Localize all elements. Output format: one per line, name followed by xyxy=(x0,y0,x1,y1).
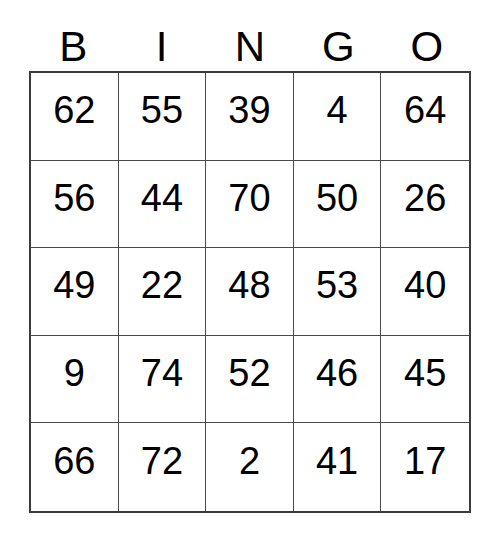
cell-r4c4[interactable]: 46 xyxy=(294,336,382,424)
cell-r3c2[interactable]: 22 xyxy=(119,248,207,336)
cell-r1c4[interactable]: 4 xyxy=(294,73,382,161)
bingo-header: B I N G O xyxy=(29,0,471,71)
cell-r1c3[interactable]: 39 xyxy=(206,73,294,161)
cell-r3c5[interactable]: 40 xyxy=(381,248,469,336)
cell-r1c1[interactable]: 62 xyxy=(31,73,119,161)
cell-r3c4[interactable]: 53 xyxy=(294,248,382,336)
cell-r2c5[interactable]: 26 xyxy=(381,161,469,249)
column-letter-o: O xyxy=(410,26,443,71)
cell-r5c3[interactable]: 2 xyxy=(206,423,294,511)
cell-r4c3[interactable]: 52 xyxy=(206,336,294,424)
bingo-card: B I N G O 62 55 39 4 64 56 44 70 50 26 4… xyxy=(0,0,500,544)
cell-r1c2[interactable]: 55 xyxy=(119,73,207,161)
cell-r5c2[interactable]: 72 xyxy=(119,423,207,511)
cell-r3c1[interactable]: 49 xyxy=(31,248,119,336)
cell-r1c5[interactable]: 64 xyxy=(381,73,469,161)
cell-r3c3[interactable]: 48 xyxy=(206,248,294,336)
cell-r4c2[interactable]: 74 xyxy=(119,336,207,424)
cell-r5c1[interactable]: 66 xyxy=(31,423,119,511)
cell-r2c4[interactable]: 50 xyxy=(294,161,382,249)
column-letter-b: B xyxy=(59,26,87,71)
column-letter-g: G xyxy=(322,26,355,71)
cell-r4c5[interactable]: 45 xyxy=(381,336,469,424)
cell-r2c2[interactable]: 44 xyxy=(119,161,207,249)
cell-r5c4[interactable]: 41 xyxy=(294,423,382,511)
cell-r2c1[interactable]: 56 xyxy=(31,161,119,249)
cell-r2c3[interactable]: 70 xyxy=(206,161,294,249)
cell-r5c5[interactable]: 17 xyxy=(381,423,469,511)
cell-r4c1[interactable]: 9 xyxy=(31,336,119,424)
bingo-grid: 62 55 39 4 64 56 44 70 50 26 49 22 48 53… xyxy=(29,71,471,513)
column-letter-n: N xyxy=(235,26,265,71)
column-letter-i: I xyxy=(156,26,168,71)
